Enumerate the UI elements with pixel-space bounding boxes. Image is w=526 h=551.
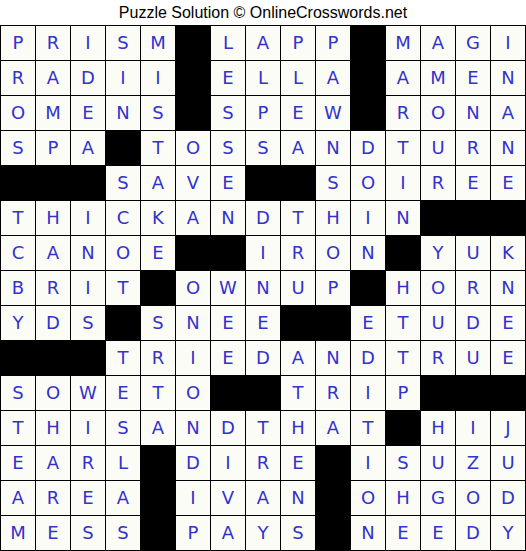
letter-square-r4c9: A (281, 131, 315, 165)
letter-square-r3c2: M (36, 96, 70, 130)
letter-square-r15c9: S (281, 516, 315, 550)
letter-square-r13c1: E (1, 446, 35, 480)
letter-square-r7c15: K (491, 236, 525, 270)
block-square-r1c6 (176, 26, 210, 60)
block-square-r10c2 (36, 341, 70, 375)
letter-square-r13c3: R (71, 446, 105, 480)
letter-square-r10c10: N (316, 341, 350, 375)
letter-square-r3c7: S (211, 96, 245, 130)
letter-square-r14c15: D (491, 481, 525, 515)
letter-square-r9c12: T (386, 306, 420, 340)
letter-square-r14c14: O (456, 481, 490, 515)
letter-square-r3c12: R (386, 96, 420, 130)
letter-square-r8c7: W (211, 271, 245, 305)
letter-square-r12c4: S (106, 411, 140, 445)
letter-square-r9c11: E (351, 306, 385, 340)
block-square-r9c9 (281, 306, 315, 340)
letter-square-r6c8: D (246, 201, 280, 235)
letter-square-r1c4: S (106, 26, 140, 60)
letter-square-r2c4: I (106, 61, 140, 95)
letter-square-r4c12: T (386, 131, 420, 165)
letter-square-r11c10: R (316, 376, 350, 410)
letter-square-r6c10: H (316, 201, 350, 235)
letter-square-r7c4: O (106, 236, 140, 270)
block-square-r7c7 (211, 236, 245, 270)
letter-square-r9c3: S (71, 306, 105, 340)
letter-square-r8c15: N (491, 271, 525, 305)
letter-square-r1c13: A (421, 26, 455, 60)
letter-square-r14c13: G (421, 481, 455, 515)
letter-square-r7c8: I (246, 236, 280, 270)
letter-square-r14c3: E (71, 481, 105, 515)
letter-square-r12c7: D (211, 411, 245, 445)
block-square-r9c4 (106, 306, 140, 340)
letter-square-r5c6: V (176, 166, 210, 200)
block-square-r13c5 (141, 446, 175, 480)
letter-square-r6c11: I (351, 201, 385, 235)
letter-square-r9c13: U (421, 306, 455, 340)
letter-square-r4c10: N (316, 131, 350, 165)
letter-square-r15c3: S (71, 516, 105, 550)
block-square-r2c6 (176, 61, 210, 95)
letter-square-r6c5: K (141, 201, 175, 235)
letter-square-r12c9: H (281, 411, 315, 445)
letter-square-r14c2: R (36, 481, 70, 515)
letter-square-r15c4: S (106, 516, 140, 550)
letter-square-r15c14: D (456, 516, 490, 550)
letter-square-r5c4: S (106, 166, 140, 200)
letter-square-r11c4: E (106, 376, 140, 410)
block-square-r5c2 (36, 166, 70, 200)
letter-square-r2c1: R (1, 61, 35, 95)
letter-square-r13c4: L (106, 446, 140, 480)
letter-square-r7c13: Y (421, 236, 455, 270)
letter-square-r10c12: T (386, 341, 420, 375)
letter-square-r13c8: R (246, 446, 280, 480)
letter-square-r14c12: H (386, 481, 420, 515)
letter-square-r12c2: H (36, 411, 70, 445)
letter-square-r2c12: A (386, 61, 420, 95)
letter-square-r14c9: N (281, 481, 315, 515)
letter-square-r13c15: U (491, 446, 525, 480)
letter-square-r15c13: E (421, 516, 455, 550)
block-square-r6c15 (491, 201, 525, 235)
letter-square-r11c1: S (1, 376, 35, 410)
letter-square-r12c8: T (246, 411, 280, 445)
letter-square-r9c2: D (36, 306, 70, 340)
letter-square-r1c15: I (491, 26, 525, 60)
letter-square-r6c1: T (1, 201, 35, 235)
block-square-r11c7 (211, 376, 245, 410)
block-square-r8c5 (141, 271, 175, 305)
letter-square-r5c14: E (456, 166, 490, 200)
letter-square-r8c1: B (1, 271, 35, 305)
letter-square-r12c15: J (491, 411, 525, 445)
letter-square-r1c3: I (71, 26, 105, 60)
letter-square-r9c7: E (211, 306, 245, 340)
letter-square-r1c14: G (456, 26, 490, 60)
letter-square-r9c14: D (456, 306, 490, 340)
letter-square-r11c5: T (141, 376, 175, 410)
letter-square-r4c11: D (351, 131, 385, 165)
letter-square-r15c11: N (351, 516, 385, 550)
letter-square-r10c15: E (491, 341, 525, 375)
letter-square-r13c13: U (421, 446, 455, 480)
crossword-grid: PRISMLAPPMAGIRADIIELLAAMENOMENSSPEWRONAS… (0, 25, 526, 551)
letter-square-r11c9: T (281, 376, 315, 410)
letter-square-r7c2: A (36, 236, 70, 270)
letter-square-r14c8: A (246, 481, 280, 515)
letter-square-r6c12: N (386, 201, 420, 235)
block-square-r5c9 (281, 166, 315, 200)
puzzle-solution-page: Puzzle Solution © OnlineCrosswords.net P… (0, 0, 526, 551)
letter-square-r15c8: Y (246, 516, 280, 550)
letter-square-r8c2: R (36, 271, 70, 305)
block-square-r6c13 (421, 201, 455, 235)
letter-square-r10c11: D (351, 341, 385, 375)
letter-square-r3c10: W (316, 96, 350, 130)
letter-square-r10c14: U (456, 341, 490, 375)
letter-square-r8c14: R (456, 271, 490, 305)
block-square-r4c4 (106, 131, 140, 165)
letter-square-r12c1: T (1, 411, 35, 445)
block-square-r11c15 (491, 376, 525, 410)
letter-square-r14c4: A (106, 481, 140, 515)
letter-square-r15c2: E (36, 516, 70, 550)
letter-square-r1c2: R (36, 26, 70, 60)
block-square-r15c5 (141, 516, 175, 550)
letter-square-r2c3: D (71, 61, 105, 95)
letter-square-r2c13: M (421, 61, 455, 95)
letter-square-r7c14: U (456, 236, 490, 270)
letter-square-r10c9: A (281, 341, 315, 375)
letter-square-r13c2: A (36, 446, 70, 480)
letter-square-r15c12: E (386, 516, 420, 550)
letter-square-r11c12: P (386, 376, 420, 410)
block-square-r7c12 (386, 236, 420, 270)
letter-square-r3c13: O (421, 96, 455, 130)
letter-square-r7c3: N (71, 236, 105, 270)
letter-square-r11c3: W (71, 376, 105, 410)
letter-square-r12c10: A (316, 411, 350, 445)
letter-square-r6c3: I (71, 201, 105, 235)
letter-square-r11c11: I (351, 376, 385, 410)
letter-square-r4c14: R (456, 131, 490, 165)
letter-square-r3c14: N (456, 96, 490, 130)
letter-square-r10c13: R (421, 341, 455, 375)
letter-square-r10c6: I (176, 341, 210, 375)
block-square-r14c10 (316, 481, 350, 515)
letter-square-r10c5: R (141, 341, 175, 375)
letter-square-r3c5: S (141, 96, 175, 130)
block-square-r5c8 (246, 166, 280, 200)
block-square-r9c10 (316, 306, 350, 340)
letter-square-r6c9: T (281, 201, 315, 235)
letter-square-r5c12: I (386, 166, 420, 200)
letter-square-r7c9: R (281, 236, 315, 270)
letter-square-r4c1: S (1, 131, 35, 165)
block-square-r11c13 (421, 376, 455, 410)
letter-square-r2c5: I (141, 61, 175, 95)
block-square-r5c3 (71, 166, 105, 200)
block-square-r11c14 (456, 376, 490, 410)
block-square-r7c6 (176, 236, 210, 270)
letter-square-r2c9: L (281, 61, 315, 95)
letter-square-r4c6: O (176, 131, 210, 165)
letter-square-r8c3: I (71, 271, 105, 305)
puzzle-title: Puzzle Solution © OnlineCrosswords.net (0, 0, 526, 25)
letter-square-r10c4: T (106, 341, 140, 375)
letter-square-r8c8: N (246, 271, 280, 305)
block-square-r3c11 (351, 96, 385, 130)
letter-square-r5c11: O (351, 166, 385, 200)
letter-square-r13c6: D (176, 446, 210, 480)
letter-square-r2c14: E (456, 61, 490, 95)
block-square-r2c11 (351, 61, 385, 95)
letter-square-r2c2: A (36, 61, 70, 95)
letter-square-r13c14: Z (456, 446, 490, 480)
letter-square-r5c10: S (316, 166, 350, 200)
block-square-r3c6 (176, 96, 210, 130)
letter-square-r8c12: H (386, 271, 420, 305)
letter-square-r14c1: A (1, 481, 35, 515)
letter-square-r1c8: A (246, 26, 280, 60)
letter-square-r6c4: C (106, 201, 140, 235)
letter-square-r4c7: S (211, 131, 245, 165)
letter-square-r2c10: A (316, 61, 350, 95)
letter-square-r2c8: L (246, 61, 280, 95)
letter-square-r2c7: E (211, 61, 245, 95)
letter-square-r3c15: A (491, 96, 525, 130)
letter-square-r13c9: E (281, 446, 315, 480)
letter-square-r5c15: E (491, 166, 525, 200)
letter-square-r14c11: O (351, 481, 385, 515)
letter-square-r5c13: R (421, 166, 455, 200)
letter-square-r4c2: P (36, 131, 70, 165)
letter-square-r4c13: U (421, 131, 455, 165)
letter-square-r11c2: O (36, 376, 70, 410)
letter-square-r13c12: S (386, 446, 420, 480)
letter-square-r9c6: N (176, 306, 210, 340)
letter-square-r6c6: A (176, 201, 210, 235)
letter-square-r15c1: M (1, 516, 35, 550)
letter-square-r1c9: P (281, 26, 315, 60)
letter-square-r9c8: E (246, 306, 280, 340)
letter-square-r9c15: E (491, 306, 525, 340)
block-square-r13c10 (316, 446, 350, 480)
letter-square-r5c7: E (211, 166, 245, 200)
letter-square-r4c15: N (491, 131, 525, 165)
letter-square-r1c1: P (1, 26, 35, 60)
letter-square-r4c8: S (246, 131, 280, 165)
letter-square-r3c3: E (71, 96, 105, 130)
letter-square-r12c11: T (351, 411, 385, 445)
letter-square-r13c11: I (351, 446, 385, 480)
letter-square-r1c5: M (141, 26, 175, 60)
letter-square-r7c11: N (351, 236, 385, 270)
letter-square-r8c9: U (281, 271, 315, 305)
letter-square-r14c6: I (176, 481, 210, 515)
block-square-r11c8 (246, 376, 280, 410)
letter-square-r2c15: N (491, 61, 525, 95)
letter-square-r12c14: I (456, 411, 490, 445)
letter-square-r1c12: M (386, 26, 420, 60)
letter-square-r15c15: Y (491, 516, 525, 550)
letter-square-r8c10: P (316, 271, 350, 305)
block-square-r12c12 (386, 411, 420, 445)
letter-square-r3c8: P (246, 96, 280, 130)
block-square-r8c11 (351, 271, 385, 305)
letter-square-r4c5: T (141, 131, 175, 165)
block-square-r15c10 (316, 516, 350, 550)
block-square-r5c1 (1, 166, 35, 200)
letter-square-r10c7: E (211, 341, 245, 375)
letter-square-r13c7: I (211, 446, 245, 480)
letter-square-r6c7: N (211, 201, 245, 235)
letter-square-r9c5: S (141, 306, 175, 340)
letter-square-r14c7: V (211, 481, 245, 515)
letter-square-r1c10: P (316, 26, 350, 60)
letter-square-r15c7: A (211, 516, 245, 550)
block-square-r6c14 (456, 201, 490, 235)
block-square-r14c5 (141, 481, 175, 515)
letter-square-r15c6: P (176, 516, 210, 550)
letter-square-r8c13: O (421, 271, 455, 305)
letter-square-r8c4: T (106, 271, 140, 305)
letter-square-r1c7: L (211, 26, 245, 60)
letter-square-r7c1: C (1, 236, 35, 270)
letter-square-r12c13: H (421, 411, 455, 445)
letter-square-r3c1: O (1, 96, 35, 130)
block-square-r10c3 (71, 341, 105, 375)
letter-square-r9c1: Y (1, 306, 35, 340)
letter-square-r5c5: A (141, 166, 175, 200)
block-square-r10c1 (1, 341, 35, 375)
letter-square-r8c6: O (176, 271, 210, 305)
letter-square-r10c8: D (246, 341, 280, 375)
letter-square-r4c3: A (71, 131, 105, 165)
letter-square-r11c6: O (176, 376, 210, 410)
block-square-r1c11 (351, 26, 385, 60)
letter-square-r12c3: I (71, 411, 105, 445)
letter-square-r7c10: O (316, 236, 350, 270)
letter-square-r7c5: E (141, 236, 175, 270)
letter-square-r3c4: N (106, 96, 140, 130)
letter-square-r6c2: H (36, 201, 70, 235)
letter-square-r3c9: E (281, 96, 315, 130)
letter-square-r12c6: N (176, 411, 210, 445)
letter-square-r12c5: A (141, 411, 175, 445)
